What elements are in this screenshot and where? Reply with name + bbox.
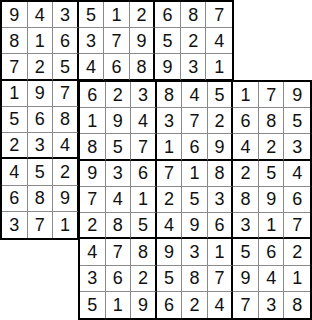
grid-b-cell-r9c8: 3 — [259, 292, 285, 318]
grid-a-cell-r9c2: 7 — [28, 212, 54, 238]
grid-b-cell-r5c4: 2 — [157, 187, 183, 213]
grid-b-cell-r8c7: 9 — [233, 266, 259, 292]
grid-b-cell-r1c1: 6 — [80, 82, 106, 108]
grid-a-cell-r3c8: 3 — [181, 54, 207, 80]
grid-a-cell-r2c7: 5 — [155, 28, 181, 54]
grid-b-cell-r2c1: 1 — [80, 108, 106, 134]
grid-b-cell-r5c6: 3 — [208, 187, 234, 213]
grid-b-cell-r5c2: 4 — [106, 187, 132, 213]
grid-b-cell-r3c6: 9 — [208, 134, 234, 160]
grid-a-cell-r2c2: 1 — [28, 28, 54, 54]
grid-a-cell-r5c1: 5 — [2, 107, 28, 133]
grid-b-cell-r3c7: 4 — [233, 134, 259, 160]
grid-b-cell-r6c1: 2 — [80, 213, 106, 239]
grid-b-cell-r7c3: 8 — [131, 239, 157, 265]
grid-b-cell-r6c9: 7 — [284, 213, 310, 239]
grid-b-cell-r9c3: 9 — [131, 292, 157, 318]
grid-a-cell-r5c3: 8 — [53, 107, 79, 133]
grid-a-cell-r2c1: 8 — [2, 28, 28, 54]
grid-a-cell-r6c2: 3 — [28, 133, 54, 159]
grid-b-cell-r6c5: 9 — [182, 213, 208, 239]
grid-b-cell-r5c8: 9 — [259, 187, 285, 213]
grid-b-cell-r2c5: 7 — [182, 108, 208, 134]
grid-a-cell-r2c5: 7 — [104, 28, 130, 54]
grid-b-cell-r2c4: 3 — [157, 108, 183, 134]
grid-b-cell-r2c6: 2 — [208, 108, 234, 134]
grid-b-cell-r7c5: 3 — [182, 239, 208, 265]
grid-a-cell-r3c6: 8 — [130, 54, 156, 80]
grid-b-cell-r8c8: 4 — [259, 266, 285, 292]
grid-b-cell-r7c6: 1 — [208, 239, 234, 265]
grid-b-cell-r8c6: 7 — [208, 266, 234, 292]
grid-b-cell-r1c6: 5 — [208, 82, 234, 108]
grid-a-cell-r1c5: 1 — [104, 2, 130, 28]
grid-b-cell-r4c8: 5 — [259, 161, 285, 187]
grid-b-cell-r2c3: 4 — [131, 108, 157, 134]
grid-b-cell-r6c6: 6 — [208, 213, 234, 239]
grid-b-cell-r8c4: 5 — [157, 266, 183, 292]
grid-b-cell-r2c2: 9 — [106, 108, 132, 134]
grid-b-cell-r4c5: 1 — [182, 161, 208, 187]
grid-a-cell-r7c2: 5 — [28, 159, 54, 185]
grid-a-cell-r4c1: 1 — [2, 81, 28, 107]
grid-a-cell-r6c1: 2 — [2, 133, 28, 159]
grid-a-cell-r8c3: 9 — [53, 186, 79, 212]
grid-a-cell-r9c3: 1 — [53, 212, 79, 238]
grid-b-cell-r3c5: 6 — [182, 134, 208, 160]
grid-b-cell-r3c2: 5 — [106, 134, 132, 160]
grid-b-cell-r6c2: 8 — [106, 213, 132, 239]
grid-b-cell-r6c3: 5 — [131, 213, 157, 239]
grid-b-cell-r3c8: 2 — [259, 134, 285, 160]
grid-b-cell-r1c3: 3 — [131, 82, 157, 108]
grid-b-cell-r7c8: 6 — [259, 239, 285, 265]
grid-a-cell-r2c9: 4 — [206, 28, 232, 54]
grid-a-cell-r3c9: 1 — [206, 54, 232, 80]
grid-a-cell-r1c9: 7 — [206, 2, 232, 28]
grid-a-cell-r1c1: 9 — [2, 2, 28, 28]
grid-b-cell-r5c1: 7 — [80, 187, 106, 213]
grid-a-cell-r2c6: 9 — [130, 28, 156, 54]
grid-b-cell-r4c7: 2 — [233, 161, 259, 187]
grid-b-cell-r9c5: 2 — [182, 292, 208, 318]
grid-b-cell-r8c9: 1 — [284, 266, 310, 292]
grid-a-cell-r5c2: 6 — [28, 107, 54, 133]
grid-b-cell-r7c1: 4 — [80, 239, 106, 265]
grid-a-cell-r1c7: 6 — [155, 2, 181, 28]
grid-a-cell-r3c2: 2 — [28, 54, 54, 80]
grid-b-cell-r9c7: 7 — [233, 292, 259, 318]
grid-b-cell-r6c7: 3 — [233, 213, 259, 239]
grid-a-cell-r2c4: 3 — [79, 28, 105, 54]
grid-b-cell-r1c9: 9 — [284, 82, 310, 108]
grid-b-cell-r3c9: 3 — [284, 134, 310, 160]
grid-a-cell-r1c6: 2 — [130, 2, 156, 28]
grid-b-cell-r9c6: 4 — [208, 292, 234, 318]
grid-a-cell-r3c3: 5 — [53, 54, 79, 80]
grid-b-cell-r7c2: 7 — [106, 239, 132, 265]
grid-a-cell-r7c3: 2 — [53, 159, 79, 185]
grid-b-cell-r6c4: 4 — [157, 213, 183, 239]
grid-a-cell-r2c8: 2 — [181, 28, 207, 54]
grid-b-cell-r3c1: 8 — [80, 134, 106, 160]
grid-a-cell-r8c1: 6 — [2, 186, 28, 212]
grid-a-cell-r3c5: 6 — [104, 54, 130, 80]
grid-a-cell-r4c3: 7 — [53, 81, 79, 107]
grid-b-cell-r1c2: 2 — [106, 82, 132, 108]
grid-a-cell-r4c2: 9 — [28, 81, 54, 107]
sudoku-grid-b: 6238451791943726858571694239367182547412… — [78, 80, 312, 320]
grid-b-cell-r4c9: 4 — [284, 161, 310, 187]
grid-b-cell-r5c5: 5 — [182, 187, 208, 213]
grid-a-cell-r2c3: 6 — [53, 28, 79, 54]
grid-b-cell-r2c7: 6 — [233, 108, 259, 134]
grid-a-cell-r1c2: 4 — [28, 2, 54, 28]
grid-b-cell-r1c8: 7 — [259, 82, 285, 108]
grid-b-cell-r4c6: 8 — [208, 161, 234, 187]
grid-b-cell-r5c9: 6 — [284, 187, 310, 213]
grid-b-cell-r8c5: 8 — [182, 266, 208, 292]
grid-b-cell-r8c1: 3 — [80, 266, 106, 292]
grid-b-cell-r3c3: 7 — [131, 134, 157, 160]
grid-a-cell-r1c3: 3 — [53, 2, 79, 28]
grid-b-cell-r7c7: 5 — [233, 239, 259, 265]
grid-b-cell-r5c7: 8 — [233, 187, 259, 213]
grid-a-cell-r7c1: 4 — [2, 159, 28, 185]
grid-b-cell-r1c5: 4 — [182, 82, 208, 108]
grid-b-cell-r7c9: 2 — [284, 239, 310, 265]
grid-b-cell-r1c7: 1 — [233, 82, 259, 108]
grid-b-cell-r4c3: 6 — [131, 161, 157, 187]
grid-b-cell-r9c4: 6 — [157, 292, 183, 318]
grid-a-cell-r1c4: 5 — [79, 2, 105, 28]
grid-b-cell-r4c2: 3 — [106, 161, 132, 187]
grid-b-cell-r2c8: 8 — [259, 108, 285, 134]
grid-b-cell-r4c4: 7 — [157, 161, 183, 187]
grid-b-cell-r1c4: 8 — [157, 82, 183, 108]
grid-b-cell-r2c9: 5 — [284, 108, 310, 134]
grid-b-cell-r6c8: 1 — [259, 213, 285, 239]
grid-b-cell-r8c2: 6 — [106, 266, 132, 292]
grid-b-cell-r9c2: 1 — [106, 292, 132, 318]
grid-a-cell-r1c8: 8 — [181, 2, 207, 28]
twin-sudoku-board: 9435126878163795247254689311976238455681… — [0, 0, 312, 320]
grid-a-cell-r3c1: 7 — [2, 54, 28, 80]
grid-b-cell-r8c3: 2 — [131, 266, 157, 292]
grid-a-cell-r9c1: 3 — [2, 212, 28, 238]
grid-b-cell-r7c4: 9 — [157, 239, 183, 265]
grid-b-cell-r9c1: 5 — [80, 292, 106, 318]
grid-b-cell-r5c3: 1 — [131, 187, 157, 213]
grid-a-cell-r3c4: 4 — [79, 54, 105, 80]
grid-a-cell-r6c3: 4 — [53, 133, 79, 159]
grid-b-cell-r9c9: 8 — [284, 292, 310, 318]
grid-a-cell-r8c2: 8 — [28, 186, 54, 212]
grid-b-cell-r4c1: 9 — [80, 161, 106, 187]
grid-a-cell-r3c7: 9 — [155, 54, 181, 80]
grid-b-cell-r3c4: 1 — [157, 134, 183, 160]
